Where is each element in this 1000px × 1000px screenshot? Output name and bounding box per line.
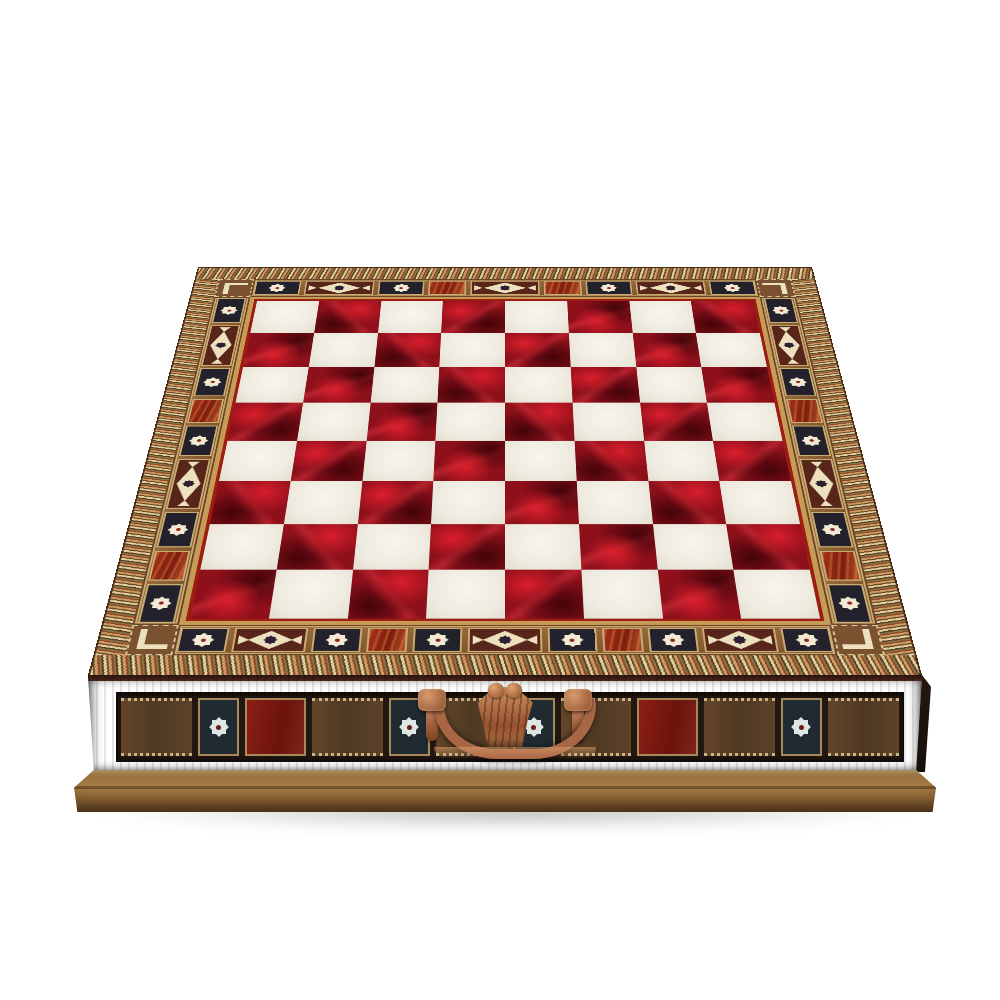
eight-point-star-icon	[801, 435, 822, 446]
eight-point-star-icon	[665, 285, 676, 290]
square-g1[interactable]	[657, 570, 741, 619]
square-a5[interactable]	[228, 403, 303, 441]
square-d2[interactable]	[429, 524, 505, 570]
chessboard-lid	[90, 268, 920, 675]
square-b2[interactable]	[276, 524, 357, 570]
arrow-triangle-icon	[779, 327, 791, 331]
eye-motif	[166, 459, 211, 509]
eight-point-star-icon	[191, 633, 215, 647]
arrow-triangle-icon	[237, 635, 249, 644]
square-a6[interactable]	[236, 367, 309, 403]
square-c6[interactable]	[370, 367, 439, 403]
square-h6[interactable]	[701, 367, 774, 403]
corner-bracket-bottom-right	[831, 625, 885, 656]
eight-point-star-icon	[393, 284, 410, 292]
eight-point-star-icon	[561, 633, 583, 647]
star-motif	[764, 298, 799, 323]
arrow-triangle-icon	[362, 285, 371, 290]
red-motif	[187, 399, 224, 423]
eight-point-star-icon	[202, 377, 222, 387]
handle-post-left	[418, 689, 446, 711]
eight-point-star-icon	[215, 342, 227, 348]
square-h7[interactable]	[696, 333, 767, 367]
drawer-star-panel	[198, 698, 240, 756]
product-photo-scene	[0, 0, 1000, 1000]
square-b1[interactable]	[269, 570, 353, 619]
red-motif	[820, 551, 862, 581]
eight-point-star-icon	[188, 435, 209, 446]
square-c8[interactable]	[378, 301, 443, 333]
drawer-wood-panel	[704, 698, 775, 756]
square-h1[interactable]	[734, 570, 821, 619]
square-d5[interactable]	[436, 403, 505, 441]
handle-post-right	[564, 689, 592, 711]
arrow-triangle-icon	[810, 462, 823, 467]
corner-bracket-top-left	[214, 279, 254, 297]
arrow-triangle-icon	[693, 285, 702, 290]
eight-point-star-icon	[182, 480, 196, 487]
eight-point-star-icon	[732, 635, 747, 644]
square-a8[interactable]	[250, 301, 319, 333]
eye-motif	[468, 628, 542, 652]
drawer-wood-panel	[828, 698, 899, 756]
square-c7[interactable]	[374, 333, 441, 367]
eight-point-star-icon	[724, 284, 742, 292]
square-f1[interactable]	[581, 570, 662, 619]
square-d3[interactable]	[431, 481, 505, 524]
square-f3[interactable]	[577, 481, 653, 524]
square-d1[interactable]	[426, 570, 505, 619]
eight-point-star-icon	[821, 523, 844, 535]
arrow-triangle-icon	[177, 501, 191, 507]
star-motif	[780, 628, 834, 652]
eye-motif	[201, 325, 240, 365]
square-e6[interactable]	[505, 367, 572, 403]
square-h5[interactable]	[707, 403, 782, 441]
eye-motif	[701, 628, 778, 652]
square-g3[interactable]	[648, 481, 726, 524]
square-b7[interactable]	[309, 333, 378, 367]
star-motif	[827, 584, 872, 623]
star-motif	[708, 281, 757, 295]
arrow-triangle-icon	[211, 359, 223, 364]
drawer-red-panel	[245, 698, 306, 756]
square-a3[interactable]	[210, 481, 291, 524]
drawer-handle[interactable]	[410, 681, 600, 769]
square-b5[interactable]	[297, 403, 370, 441]
drawer-red-panel	[637, 698, 698, 756]
red-motif	[544, 281, 582, 295]
square-f7[interactable]	[569, 333, 636, 367]
arrow-triangle-icon	[760, 635, 772, 644]
square-h2[interactable]	[726, 524, 809, 570]
square-h8[interactable]	[691, 301, 760, 333]
arrow-triangle-icon	[474, 285, 482, 290]
eight-point-star-icon	[210, 718, 228, 736]
arrow-triangle-icon	[308, 285, 317, 290]
arrow-triangle-icon	[186, 462, 199, 467]
star-motif	[811, 512, 854, 547]
square-g6[interactable]	[636, 367, 707, 403]
eight-point-star-icon	[500, 285, 511, 290]
star-motif	[547, 628, 597, 652]
checkerboard	[190, 301, 820, 619]
eye-motif	[470, 281, 540, 295]
square-d4[interactable]	[433, 441, 505, 481]
eye-motif	[799, 459, 844, 509]
square-d6[interactable]	[438, 367, 505, 403]
star-motif	[193, 368, 230, 396]
star-motif	[585, 281, 632, 295]
eight-point-star-icon	[334, 285, 345, 290]
eight-point-star-icon	[149, 597, 173, 610]
handle-knuckle-left	[488, 683, 504, 698]
eight-point-star-icon	[326, 633, 349, 647]
square-a1[interactable]	[190, 570, 277, 619]
square-c4[interactable]	[362, 441, 436, 481]
square-b3[interactable]	[284, 481, 362, 524]
eight-point-star-icon	[837, 597, 861, 610]
board-frame	[179, 297, 831, 625]
arrow-triangle-icon	[787, 359, 799, 364]
eye-motif	[770, 325, 809, 365]
square-d7[interactable]	[440, 333, 505, 367]
square-f4[interactable]	[574, 441, 648, 481]
square-d8[interactable]	[441, 301, 505, 333]
star-motif	[311, 628, 363, 652]
square-e4[interactable]	[505, 441, 577, 481]
eye-motif	[635, 281, 706, 295]
eight-point-star-icon	[600, 284, 617, 292]
mosaic-band-top	[250, 279, 759, 297]
eye-motif	[231, 628, 308, 652]
square-b4[interactable]	[290, 441, 366, 481]
square-g8[interactable]	[629, 301, 696, 333]
square-g5[interactable]	[640, 403, 713, 441]
arrow-triangle-icon	[819, 501, 833, 507]
red-motif	[367, 628, 409, 652]
eight-point-star-icon	[792, 718, 810, 736]
star-motif	[792, 426, 831, 457]
eight-point-star-icon	[783, 342, 795, 348]
square-h3[interactable]	[720, 481, 801, 524]
square-e1[interactable]	[505, 570, 584, 619]
square-g2[interactable]	[653, 524, 734, 570]
square-c5[interactable]	[366, 403, 437, 441]
arrow-triangle-icon	[707, 635, 719, 644]
arrow-triangle-icon	[526, 635, 537, 644]
eight-point-star-icon	[795, 633, 819, 647]
arrow-triangle-icon	[219, 327, 231, 331]
square-h4[interactable]	[713, 441, 791, 481]
corner-bracket-bottom-left	[125, 625, 179, 656]
square-e5[interactable]	[505, 403, 574, 441]
square-c2[interactable]	[353, 524, 432, 570]
drawer-wood-panel	[121, 698, 192, 756]
square-g7[interactable]	[632, 333, 701, 367]
star-motif	[647, 628, 699, 652]
star-motif	[176, 628, 230, 652]
red-motif	[602, 628, 644, 652]
herringbone-band-top	[196, 268, 814, 279]
star-motif	[211, 298, 246, 323]
square-f2[interactable]	[579, 524, 658, 570]
base-molding	[74, 770, 936, 812]
drawer-star-panel	[781, 698, 823, 756]
square-f5[interactable]	[572, 403, 643, 441]
square-f6[interactable]	[570, 367, 639, 403]
square-a2[interactable]	[200, 524, 283, 570]
square-f8[interactable]	[567, 301, 632, 333]
eight-point-star-icon	[167, 523, 190, 535]
arrow-triangle-icon	[473, 635, 484, 644]
square-e3[interactable]	[505, 481, 579, 524]
square-e2[interactable]	[505, 524, 581, 570]
eight-point-star-icon	[788, 377, 808, 387]
eight-point-star-icon	[427, 633, 449, 647]
eye-motif	[304, 281, 375, 295]
eight-point-star-icon	[268, 284, 286, 292]
red-motif	[148, 551, 190, 581]
square-g4[interactable]	[644, 441, 720, 481]
star-motif	[413, 628, 463, 652]
square-b6[interactable]	[303, 367, 374, 403]
star-motif	[138, 584, 183, 623]
arrow-triangle-icon	[528, 285, 536, 290]
arrow-triangle-icon	[639, 285, 648, 290]
red-motif	[428, 281, 466, 295]
star-motif	[378, 281, 425, 295]
eight-point-star-icon	[661, 633, 684, 647]
drawer-wood-panel	[312, 698, 383, 756]
star-motif	[156, 512, 199, 547]
square-a7[interactable]	[243, 333, 314, 367]
square-e7[interactable]	[505, 333, 570, 367]
square-b8[interactable]	[314, 301, 381, 333]
red-motif	[786, 399, 823, 423]
eight-point-star-icon	[498, 635, 512, 644]
corner-bracket-top-right	[756, 279, 796, 297]
box-front-face	[88, 675, 922, 771]
square-a4[interactable]	[219, 441, 297, 481]
handle-knuckle-right	[506, 683, 522, 698]
star-motif	[253, 281, 302, 295]
eight-point-star-icon	[220, 306, 239, 315]
mosaic-band-bottom	[172, 625, 837, 656]
star-motif	[179, 426, 218, 457]
eight-point-star-icon	[263, 635, 278, 644]
eight-point-star-icon	[772, 306, 791, 315]
square-e8[interactable]	[505, 301, 569, 333]
square-c1[interactable]	[347, 570, 428, 619]
eight-point-star-icon	[814, 480, 828, 487]
arrow-triangle-icon	[291, 635, 303, 644]
square-c3[interactable]	[357, 481, 433, 524]
star-motif	[779, 368, 816, 396]
herringbone-band-bottom	[90, 655, 920, 675]
